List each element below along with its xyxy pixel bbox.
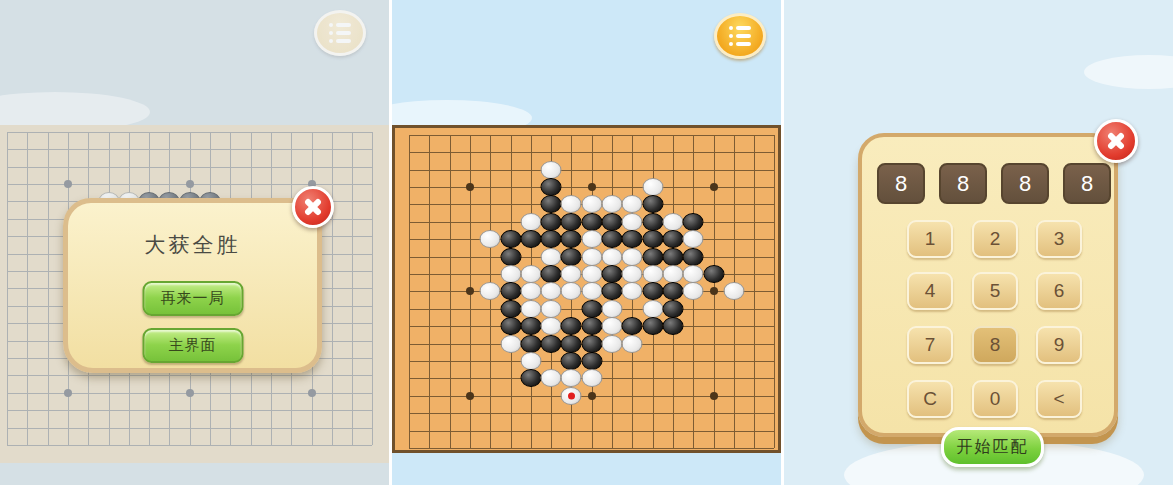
white-stone	[622, 195, 643, 213]
black-stone	[500, 248, 521, 266]
digit-key-7[interactable]: 7	[907, 326, 953, 364]
black-stone	[541, 265, 562, 283]
close-icon[interactable]	[1094, 119, 1138, 163]
white-stone	[561, 265, 582, 283]
white-stone	[581, 282, 602, 300]
white-stone	[642, 300, 663, 318]
white-stone	[500, 335, 521, 353]
black-stone	[662, 230, 683, 248]
star-point	[466, 183, 474, 191]
black-stone	[541, 335, 562, 353]
white-stone	[602, 335, 623, 353]
white-stone	[602, 195, 623, 213]
black-stone	[703, 265, 724, 283]
white-stone	[622, 335, 643, 353]
code-digit-slot: 8	[1001, 163, 1049, 204]
white-stone	[520, 213, 541, 231]
white-stone	[683, 230, 704, 248]
white-stone	[541, 300, 562, 318]
black-stone	[581, 317, 602, 335]
black-stone	[602, 282, 623, 300]
black-stone	[581, 352, 602, 370]
white-stone	[602, 248, 623, 266]
white-stone	[683, 282, 704, 300]
grid-line	[409, 170, 774, 171]
white-stone	[642, 265, 663, 283]
black-stone	[561, 213, 582, 231]
main-menu-button[interactable]: 主界面	[142, 328, 243, 363]
grid-line	[409, 152, 774, 153]
black-stone	[622, 230, 643, 248]
cloud-shape	[1084, 55, 1173, 89]
black-stone	[581, 335, 602, 353]
white-stone	[683, 265, 704, 283]
black-stone	[662, 248, 683, 266]
black-stone	[541, 213, 562, 231]
grid-line	[409, 413, 774, 414]
black-stone	[642, 213, 663, 231]
white-stone	[581, 195, 602, 213]
victory-dialog: 大获全胜 再来一局 主界面	[63, 198, 322, 373]
black-stone	[520, 335, 541, 353]
digit-key-8[interactable]: 8	[972, 326, 1018, 364]
start-match-button[interactable]: 开始匹配	[941, 427, 1044, 467]
black-stone	[581, 213, 602, 231]
grid-line	[409, 431, 774, 432]
digit-key-5[interactable]: 5	[972, 272, 1018, 310]
grid-line	[409, 448, 774, 449]
digit-key-4[interactable]: 4	[907, 272, 953, 310]
panel-match-setup: 8888123456789C0< 开始匹配	[784, 0, 1173, 485]
code-digit-slot: 8	[939, 163, 987, 204]
black-stone	[561, 317, 582, 335]
panel-gameplay	[392, 0, 781, 485]
white-stone	[500, 265, 521, 283]
star-point	[466, 287, 474, 295]
white-stone	[581, 369, 602, 387]
black-stone	[642, 282, 663, 300]
white-stone	[581, 265, 602, 283]
white-stone	[602, 300, 623, 318]
star-point	[710, 392, 718, 400]
black-stone	[581, 300, 602, 318]
black-stone	[520, 317, 541, 335]
white-stone	[622, 282, 643, 300]
match-code-card: 8888123456789C0<	[858, 133, 1118, 437]
digit-key-6[interactable]: 6	[1036, 272, 1082, 310]
white-stone	[520, 300, 541, 318]
white-stone	[622, 213, 643, 231]
white-stone	[662, 265, 683, 283]
play-again-button[interactable]: 再来一局	[142, 281, 243, 316]
black-stone	[541, 178, 562, 196]
white-stone	[541, 282, 562, 300]
black-stone	[662, 282, 683, 300]
white-stone	[520, 265, 541, 283]
gomoku-board[interactable]	[392, 125, 781, 453]
black-stone	[642, 317, 663, 335]
white-stone	[520, 352, 541, 370]
black-stone	[602, 265, 623, 283]
black-stone	[520, 230, 541, 248]
white-stone	[520, 282, 541, 300]
white-stone	[480, 230, 501, 248]
black-stone	[561, 352, 582, 370]
black-stone	[561, 230, 582, 248]
clear-key[interactable]: C	[907, 380, 953, 418]
white-stone	[622, 248, 643, 266]
white-stone	[561, 369, 582, 387]
menu-list-icon[interactable]	[714, 13, 766, 59]
last-move-stone	[561, 387, 582, 405]
panel-game-over: 大获全胜 再来一局 主界面	[0, 0, 389, 485]
white-stone	[480, 282, 501, 300]
digit-key-0[interactable]: 0	[972, 380, 1018, 418]
black-stone	[642, 248, 663, 266]
black-stone	[642, 230, 663, 248]
black-stone	[662, 300, 683, 318]
black-stone	[541, 230, 562, 248]
star-point	[588, 392, 596, 400]
star-point	[710, 183, 718, 191]
digit-key-1[interactable]: 1	[907, 220, 953, 258]
grid-line	[774, 135, 775, 448]
white-stone	[541, 369, 562, 387]
white-stone	[541, 317, 562, 335]
digit-key-3[interactable]: 3	[1036, 220, 1082, 258]
victory-title: 大获全胜	[68, 231, 317, 259]
black-stone	[500, 230, 521, 248]
star-point	[710, 287, 718, 295]
white-stone	[622, 265, 643, 283]
white-stone	[602, 317, 623, 335]
white-stone	[541, 248, 562, 266]
star-point	[466, 392, 474, 400]
white-stone	[642, 178, 663, 196]
star-point	[588, 183, 596, 191]
black-stone	[642, 195, 663, 213]
black-stone	[561, 335, 582, 353]
backspace-key[interactable]: <	[1036, 380, 1082, 418]
white-stone	[581, 230, 602, 248]
black-stone	[662, 317, 683, 335]
code-digit-slot: 8	[1063, 163, 1111, 204]
white-stone	[723, 282, 744, 300]
code-digit-slot: 8	[877, 163, 925, 204]
digit-key-9[interactable]: 9	[1036, 326, 1082, 364]
black-stone	[520, 369, 541, 387]
white-stone	[662, 213, 683, 231]
black-stone	[561, 248, 582, 266]
black-stone	[683, 248, 704, 266]
grid-line	[409, 135, 774, 136]
white-stone	[561, 195, 582, 213]
black-stone	[500, 317, 521, 335]
black-stone	[541, 195, 562, 213]
digit-key-2[interactable]: 2	[972, 220, 1018, 258]
close-icon[interactable]	[292, 186, 334, 228]
white-stone	[561, 282, 582, 300]
black-stone	[500, 282, 521, 300]
white-stone	[581, 248, 602, 266]
black-stone	[602, 230, 623, 248]
black-stone	[602, 213, 623, 231]
black-stone	[683, 213, 704, 231]
black-stone	[500, 300, 521, 318]
white-stone	[541, 161, 562, 179]
black-stone	[622, 317, 643, 335]
last-move-marker	[568, 392, 575, 399]
